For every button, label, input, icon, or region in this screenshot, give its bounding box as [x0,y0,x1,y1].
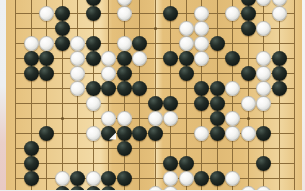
black-stone-6-5 [86,36,101,51]
white-stone-6-9 [86,96,101,111]
white-stone-13-5 [194,36,209,51]
black-stone-4-5 [55,36,70,51]
black-stone-3-11 [39,126,54,141]
grid-line-horizontal [15,58,295,59]
white-stone-6-11 [86,126,101,141]
black-stone-2-6 [24,51,39,66]
black-stone-8-11 [117,126,132,141]
black-stone-7-8 [101,81,116,96]
white-stone-5-6 [70,51,85,66]
black-stone-12-6 [179,51,194,66]
black-stone-11-3 [163,6,178,21]
white-stone-17-8 [256,81,271,96]
black-stone-3-6 [39,51,54,66]
white-stone-7-6 [101,51,116,66]
white-stone-13-3 [194,6,209,21]
black-stone-18-6 [272,51,287,66]
black-stone-18-7 [272,66,287,81]
black-stone-5-15 [70,186,85,191]
white-stone-16-9 [241,96,256,111]
black-stone-10-9 [148,96,163,111]
white-stone-4-14 [55,171,70,186]
black-stone-13-14 [194,171,209,186]
black-stone-12-13 [179,156,194,171]
grid-line-horizontal [15,88,295,89]
black-stone-6-2 [86,0,101,6]
white-stone-15-10 [225,111,240,126]
white-stone-5-7 [70,66,85,81]
grid-line-vertical [15,0,16,190]
white-stone-11-10 [163,111,178,126]
black-stone-14-14 [210,171,225,186]
black-stone-4-15 [55,186,70,191]
black-stone-3-7 [39,66,54,81]
black-stone-6-6 [86,51,101,66]
black-stone-13-9 [194,96,209,111]
black-stone-14-8 [210,81,225,96]
white-stone-13-11 [194,126,209,141]
white-stone-9-6 [132,51,147,66]
black-stone-4-3 [55,6,70,21]
white-stone-13-6 [194,51,209,66]
black-stone-8-7 [117,66,132,81]
white-stone-15-11 [225,126,240,141]
black-stone-9-8 [132,81,147,96]
black-stone-14-9 [210,96,225,111]
black-stone-16-2 [241,0,256,6]
black-stone-4-4 [55,21,70,36]
white-stone-18-3 [272,6,287,21]
black-stone-14-5 [210,36,225,51]
white-stone-10-10 [148,111,163,126]
black-stone-8-14 [117,171,132,186]
white-stone-17-7 [256,66,271,81]
black-stone-8-8 [117,81,132,96]
black-stone-13-8 [194,81,209,96]
white-stone-11-14 [163,171,178,186]
black-stone-2-12 [24,141,39,156]
black-stone-9-5 [132,36,147,51]
black-stone-2-14 [24,171,39,186]
white-stone-7-10 [101,111,116,126]
white-stone-13-4 [194,21,209,36]
grid-line-vertical [294,0,295,190]
last-move-triangle-marker [109,133,116,140]
white-stone-16-15 [241,186,256,191]
black-stone-2-7 [24,66,39,81]
black-stone-12-7 [179,66,194,81]
black-stone-8-12 [117,141,132,156]
black-stone-7-14 [101,171,116,186]
go-game-screenshot [0,0,305,190]
black-stone-18-8 [272,81,287,96]
black-stone-10-11 [148,126,163,141]
white-stone-15-3 [225,6,240,21]
black-stone-6-8 [86,81,101,96]
white-stone-6-14 [86,171,101,186]
white-stone-5-8 [70,81,85,96]
black-stone-11-13 [163,156,178,171]
grid-line-horizontal [15,163,295,164]
grid-line-vertical [46,0,47,190]
black-stone-7-15 [101,186,116,191]
white-stone-16-11 [241,126,256,141]
white-stone-8-10 [117,111,132,126]
white-stone-17-4 [256,21,271,36]
black-stone-8-6 [117,51,132,66]
white-stone-12-4 [179,21,194,36]
black-stone-16-3 [241,6,256,21]
last-move-stone-7-11 [101,126,116,141]
white-stone-8-5 [117,36,132,51]
white-stone-5-5 [70,36,85,51]
white-stone-12-14 [179,171,194,186]
black-stone-5-14 [70,171,85,186]
black-stone-6-15 [86,186,101,191]
black-stone-15-6 [225,51,240,66]
grid-line-horizontal [15,148,295,149]
white-stone-17-6 [256,51,271,66]
white-stone-15-8 [225,81,240,96]
white-stone-18-2 [272,0,287,6]
white-stone-17-15 [256,186,271,191]
white-stone-11-15 [163,186,178,191]
black-stone-14-11 [210,126,225,141]
black-stone-16-7 [241,66,256,81]
white-stone-12-5 [179,36,194,51]
black-stone-6-3 [86,6,101,21]
white-stone-8-3 [117,6,132,21]
black-stone-11-6 [163,51,178,66]
star-point [154,27,157,30]
star-point [61,117,64,120]
white-stone-17-2 [256,0,271,6]
white-stone-3-3 [39,6,54,21]
black-stone-11-9 [163,96,178,111]
black-stone-16-4 [241,21,256,36]
black-stone-9-11 [132,126,147,141]
white-stone-8-2 [117,0,132,6]
white-stone-7-7 [101,66,116,81]
white-stone-3-5 [39,36,54,51]
white-stone-15-14 [225,171,240,186]
black-stone-2-13 [24,156,39,171]
white-stone-10-15 [148,186,163,191]
star-point [247,117,250,120]
white-stone-2-5 [24,36,39,51]
black-stone-17-13 [256,156,271,171]
black-stone-17-11 [256,126,271,141]
white-stone-17-9 [256,96,271,111]
black-stone-14-10 [210,111,225,126]
go-board[interactable] [6,0,302,190]
